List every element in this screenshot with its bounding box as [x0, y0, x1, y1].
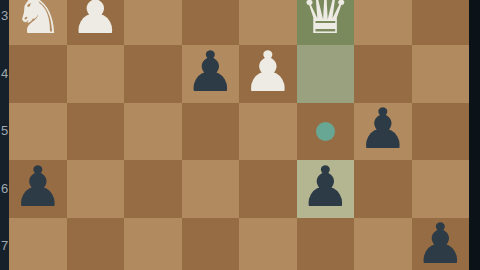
right-letterbox-bar: [469, 0, 480, 270]
square-f4[interactable]: [124, 45, 182, 103]
white-pawn-icon: ♟: [243, 44, 293, 100]
black-pawn-icon: ♟: [415, 216, 465, 270]
square-c7[interactable]: [297, 218, 355, 270]
black-pawn-icon: ♟: [185, 44, 235, 100]
square-d5[interactable]: [239, 103, 297, 161]
square-f6[interactable]: [124, 160, 182, 218]
legal-move-dot[interactable]: [316, 122, 335, 141]
square-g5[interactable]: [67, 103, 125, 161]
square-f3[interactable]: [124, 0, 182, 45]
square-d7[interactable]: [239, 218, 297, 270]
square-e4[interactable]: ♟: [182, 45, 240, 103]
square-g3[interactable]: ♟: [67, 0, 125, 45]
white-pawn-icon: ♟: [70, 0, 120, 42]
square-h3[interactable]: ♞: [9, 0, 67, 45]
square-e7[interactable]: [182, 218, 240, 270]
square-c3[interactable]: ♛: [297, 0, 355, 45]
square-a5[interactable]: [412, 103, 470, 161]
square-g4[interactable]: [67, 45, 125, 103]
square-h6[interactable]: ♟: [9, 160, 67, 218]
square-f5[interactable]: [124, 103, 182, 161]
square-d4[interactable]: ♟: [239, 45, 297, 103]
square-b5[interactable]: ♟: [354, 103, 412, 161]
rank-label-5: 5: [1, 123, 9, 139]
square-g7[interactable]: [67, 218, 125, 270]
square-b3[interactable]: [354, 0, 412, 45]
square-e5[interactable]: [182, 103, 240, 161]
square-a6[interactable]: [412, 160, 470, 218]
black-pawn-icon: ♟: [13, 159, 63, 215]
square-f7[interactable]: [124, 218, 182, 270]
square-a7[interactable]: ♟: [412, 218, 470, 270]
square-a4[interactable]: [412, 45, 470, 103]
black-pawn-icon: ♟: [300, 159, 350, 215]
square-d6[interactable]: [239, 160, 297, 218]
square-g6[interactable]: [67, 160, 125, 218]
square-c5[interactable]: [297, 103, 355, 161]
chess-app-screen: ♞♟♛♟♟♟♟♟♟ 34567: [0, 0, 480, 270]
rank-label-7: 7: [1, 238, 9, 254]
square-c6[interactable]: ♟: [297, 160, 355, 218]
black-pawn-icon: ♟: [358, 101, 408, 157]
white-queen-icon: ♛: [300, 0, 350, 42]
chess-board: ♞♟♛♟♟♟♟♟♟: [9, 0, 469, 270]
square-b4[interactable]: [354, 45, 412, 103]
rank-label-4: 4: [1, 66, 9, 82]
square-b6[interactable]: [354, 160, 412, 218]
square-b7[interactable]: [354, 218, 412, 270]
rank-label-3: 3: [1, 8, 9, 24]
square-a3[interactable]: [412, 0, 470, 45]
square-h7[interactable]: [9, 218, 67, 270]
rank-label-6: 6: [1, 181, 9, 197]
square-e6[interactable]: [182, 160, 240, 218]
white-knight-icon: ♞: [13, 0, 63, 42]
square-h5[interactable]: [9, 103, 67, 161]
square-h4[interactable]: [9, 45, 67, 103]
square-c4[interactable]: [297, 45, 355, 103]
